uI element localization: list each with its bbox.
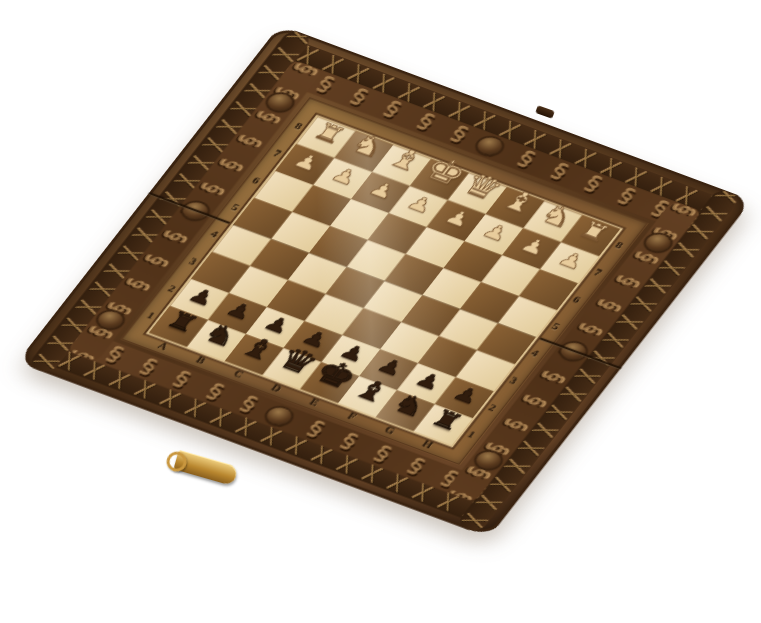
rank-label-right-1: 1 [465, 430, 477, 440]
rank-label-right-2: 2 [486, 403, 498, 413]
brass-clasp [173, 450, 238, 486]
scene: ╳ ╳ ╳ ╳ ╳ ╳ ╳ ╳ ╳ ╳ ╳ ╳ ╳ ╳ ╳ ╳ ╳ ╳ ╳ ╳ … [0, 0, 761, 623]
file-label-C: C [231, 369, 245, 380]
file-label-G: G [382, 425, 397, 437]
rank-label-right-5: 5 [549, 322, 561, 332]
lid-hinge-pin [535, 105, 555, 119]
rank-label-left-4: 4 [208, 230, 220, 240]
chess-box: ╳ ╳ ╳ ╳ ╳ ╳ ╳ ╳ ╳ ╳ ╳ ╳ ╳ ╳ ╳ ╳ ╳ ╳ ╳ ╳ … [17, 25, 752, 537]
file-label-D: D [269, 383, 283, 394]
rank-label-left-2: 2 [166, 284, 178, 294]
rank-label-right-4: 4 [528, 349, 540, 359]
file-label-H: H [420, 439, 435, 451]
rank-label-left-8: 8 [292, 122, 304, 132]
file-label-F: F [345, 411, 358, 422]
file-label-A: A [156, 341, 170, 352]
file-label-E: E [307, 397, 321, 408]
rank-label-right-8: 8 [613, 241, 625, 251]
rank-label-right-3: 3 [507, 376, 519, 386]
rank-label-left-1: 1 [145, 311, 157, 321]
rank-label-left-5: 5 [229, 203, 241, 213]
rank-label-left-3: 3 [187, 257, 199, 267]
rank-label-right-7: 7 [591, 268, 603, 278]
rank-label-left-7: 7 [271, 149, 283, 159]
file-label-B: B [194, 355, 208, 366]
rank-label-right-6: 6 [570, 295, 582, 305]
rank-label-left-6: 6 [250, 176, 262, 186]
